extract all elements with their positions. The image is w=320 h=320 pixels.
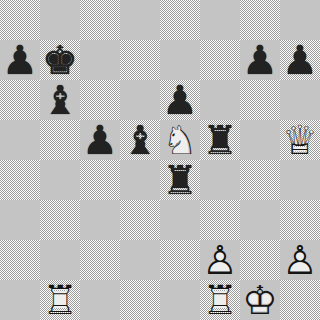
square-g7[interactable]: ♟ [240,40,280,80]
square-e1[interactable] [160,280,200,320]
black-rook-glyph: ♜ [200,120,240,160]
piece-white-rook[interactable]: ♜♖ [200,280,240,320]
square-b1[interactable]: ♜♖ [40,280,80,320]
square-a3[interactable] [0,200,40,240]
piece-black-rook[interactable]: ♜ [200,120,240,160]
black-pawn-glyph: ♟ [160,80,200,120]
square-a7[interactable]: ♟ [0,40,40,80]
piece-black-king[interactable]: ♚ [40,40,80,80]
square-e6[interactable]: ♟ [160,80,200,120]
square-e2[interactable] [160,240,200,280]
black-pawn-glyph: ♟ [240,40,280,80]
square-c7[interactable] [80,40,120,80]
square-d3[interactable] [120,200,160,240]
black-rook-glyph: ♜ [160,160,200,200]
square-d2[interactable] [120,240,160,280]
square-g6[interactable] [240,80,280,120]
square-h7[interactable]: ♟ [280,40,320,80]
square-c3[interactable] [80,200,120,240]
black-pawn-glyph: ♟ [0,40,40,80]
white-knight-outline: ♘ [160,120,200,160]
square-f2[interactable]: ♟♙ [200,240,240,280]
square-h3[interactable] [280,200,320,240]
square-h2[interactable]: ♟♙ [280,240,320,280]
black-king-glyph: ♚ [40,40,80,80]
square-g8[interactable] [240,0,280,40]
piece-white-pawn[interactable]: ♟♙ [280,240,320,280]
white-rook-outline: ♖ [200,280,240,320]
square-d7[interactable] [120,40,160,80]
square-e7[interactable] [160,40,200,80]
piece-white-rook[interactable]: ♜♖ [40,280,80,320]
black-bishop-glyph: ♝ [120,120,160,160]
square-a2[interactable] [0,240,40,280]
square-a1[interactable] [0,280,40,320]
square-c4[interactable] [80,160,120,200]
white-king-outline: ♔ [240,280,280,320]
square-b8[interactable] [40,0,80,40]
square-h8[interactable] [280,0,320,40]
square-f3[interactable] [200,200,240,240]
square-h4[interactable] [280,160,320,200]
square-d5[interactable]: ♝ [120,120,160,160]
square-g5[interactable] [240,120,280,160]
piece-black-bishop[interactable]: ♝ [120,120,160,160]
square-f1[interactable]: ♜♖ [200,280,240,320]
square-e3[interactable] [160,200,200,240]
square-f4[interactable] [200,160,240,200]
square-g3[interactable] [240,200,280,240]
square-a5[interactable] [0,120,40,160]
black-bishop-glyph: ♝ [40,80,80,120]
square-a8[interactable] [0,0,40,40]
square-a4[interactable] [0,160,40,200]
piece-black-rook[interactable]: ♜ [160,160,200,200]
square-f8[interactable] [200,0,240,40]
square-e5[interactable]: ♞♘ [160,120,200,160]
piece-black-pawn[interactable]: ♟ [160,80,200,120]
piece-white-knight[interactable]: ♞♘ [160,120,200,160]
square-d1[interactable] [120,280,160,320]
piece-white-queen[interactable]: ♛♕ [280,120,320,160]
white-rook-outline: ♖ [40,280,80,320]
square-c6[interactable] [80,80,120,120]
square-b3[interactable] [40,200,80,240]
square-a6[interactable] [0,80,40,120]
square-g1[interactable]: ♚♔ [240,280,280,320]
square-c1[interactable] [80,280,120,320]
square-h6[interactable] [280,80,320,120]
piece-black-pawn[interactable]: ♟ [240,40,280,80]
piece-black-bishop[interactable]: ♝ [40,80,80,120]
square-b4[interactable] [40,160,80,200]
square-e8[interactable] [160,0,200,40]
square-c2[interactable] [80,240,120,280]
piece-black-pawn[interactable]: ♟ [80,120,120,160]
square-b6[interactable]: ♝ [40,80,80,120]
square-b7[interactable]: ♚ [40,40,80,80]
square-d4[interactable] [120,160,160,200]
square-g2[interactable] [240,240,280,280]
black-pawn-glyph: ♟ [80,120,120,160]
square-c5[interactable]: ♟ [80,120,120,160]
square-h5[interactable]: ♛♕ [280,120,320,160]
chess-board: ♟♚♟♟♝♟♟♝♞♘♜♛♕♜♟♙♟♙♜♖♜♖♚♔ [0,0,320,320]
square-f6[interactable] [200,80,240,120]
square-h1[interactable] [280,280,320,320]
black-pawn-glyph: ♟ [280,40,320,80]
square-g4[interactable] [240,160,280,200]
square-f5[interactable]: ♜ [200,120,240,160]
square-b5[interactable] [40,120,80,160]
white-queen-outline: ♕ [280,120,320,160]
square-e4[interactable]: ♜ [160,160,200,200]
square-b2[interactable] [40,240,80,280]
white-pawn-outline: ♙ [280,240,320,280]
piece-white-king[interactable]: ♚♔ [240,280,280,320]
piece-white-pawn[interactable]: ♟♙ [200,240,240,280]
square-c8[interactable] [80,0,120,40]
square-f7[interactable] [200,40,240,80]
square-d8[interactable] [120,0,160,40]
white-pawn-outline: ♙ [200,240,240,280]
piece-black-pawn[interactable]: ♟ [0,40,40,80]
piece-black-pawn[interactable]: ♟ [280,40,320,80]
square-d6[interactable] [120,80,160,120]
